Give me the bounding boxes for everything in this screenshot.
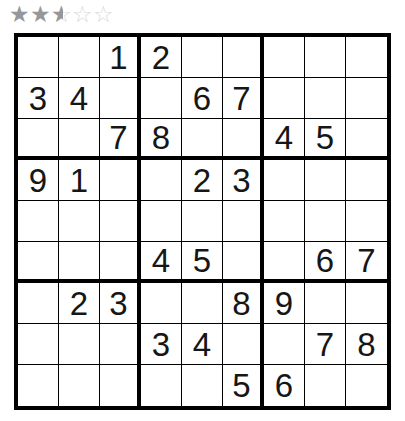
cell-r6c7[interactable] (264, 242, 305, 283)
cell-r3c7[interactable]: 4 (264, 119, 305, 160)
cell-r9c2[interactable] (59, 365, 100, 406)
cell-r9c8[interactable] (305, 365, 346, 406)
cell-r5c1[interactable] (18, 201, 59, 242)
cell-r8c7[interactable] (264, 324, 305, 365)
cell-r9c4[interactable] (141, 365, 182, 406)
cell-r4c3[interactable] (100, 160, 141, 201)
cell-r4c5[interactable]: 2 (182, 160, 223, 201)
cell-r9c6[interactable]: 5 (223, 365, 264, 406)
cell-r4c9[interactable] (346, 160, 387, 201)
cell-r2c1[interactable]: 3 (18, 78, 59, 119)
cell-r8c5[interactable]: 4 (182, 324, 223, 365)
half-star-icon: ☆★ (51, 2, 72, 26)
cell-r5c7[interactable] (264, 201, 305, 242)
cell-r8c4[interactable]: 3 (141, 324, 182, 365)
cell-r9c9[interactable] (346, 365, 387, 406)
full-star-icon: ★ (9, 2, 30, 26)
cell-r3c6[interactable] (223, 119, 264, 160)
cell-r3c8[interactable]: 5 (305, 119, 346, 160)
cell-r6c6[interactable] (223, 242, 264, 283)
cell-r8c9[interactable]: 8 (346, 324, 387, 365)
full-star-icon: ★ (30, 2, 51, 26)
cell-r5c3[interactable] (100, 201, 141, 242)
cell-r5c8[interactable] (305, 201, 346, 242)
cell-r1c4[interactable]: 2 (141, 37, 182, 78)
cell-r5c9[interactable] (346, 201, 387, 242)
cell-r1c9[interactable] (346, 37, 387, 78)
cell-r1c1[interactable] (18, 37, 59, 78)
difficulty-rating: ★★☆★☆☆ (9, 1, 114, 27)
cell-r4c8[interactable] (305, 160, 346, 201)
cell-r2c2[interactable]: 4 (59, 78, 100, 119)
cell-r3c4[interactable]: 8 (141, 119, 182, 160)
cell-r9c3[interactable] (100, 365, 141, 406)
cell-r3c3[interactable]: 7 (100, 119, 141, 160)
cell-r9c7[interactable]: 6 (264, 365, 305, 406)
cell-r2c8[interactable] (305, 78, 346, 119)
cell-r4c7[interactable] (264, 160, 305, 201)
cell-r4c1[interactable]: 9 (18, 160, 59, 201)
empty-star-icon: ☆ (93, 2, 114, 26)
cell-r5c2[interactable] (59, 201, 100, 242)
cell-r7c9[interactable] (346, 283, 387, 324)
cell-r1c5[interactable] (182, 37, 223, 78)
cell-r6c9[interactable]: 7 (346, 242, 387, 283)
cell-r3c2[interactable] (59, 119, 100, 160)
cell-r4c6[interactable]: 3 (223, 160, 264, 201)
cell-r4c2[interactable]: 1 (59, 160, 100, 201)
cell-r2c5[interactable]: 6 (182, 78, 223, 119)
cell-r6c8[interactable]: 6 (305, 242, 346, 283)
cell-r7c6[interactable]: 8 (223, 283, 264, 324)
cell-r3c1[interactable] (18, 119, 59, 160)
cell-r8c3[interactable] (100, 324, 141, 365)
cell-r1c7[interactable] (264, 37, 305, 78)
cell-r6c2[interactable] (59, 242, 100, 283)
cell-r1c6[interactable] (223, 37, 264, 78)
cell-r8c1[interactable] (18, 324, 59, 365)
cell-r7c4[interactable] (141, 283, 182, 324)
cell-r5c5[interactable] (182, 201, 223, 242)
cell-r7c2[interactable]: 2 (59, 283, 100, 324)
cell-r8c2[interactable] (59, 324, 100, 365)
cell-r4c4[interactable] (141, 160, 182, 201)
cell-r6c3[interactable] (100, 242, 141, 283)
cell-r3c9[interactable] (346, 119, 387, 160)
cell-r2c4[interactable] (141, 78, 182, 119)
cell-r7c7[interactable]: 9 (264, 283, 305, 324)
cell-r9c5[interactable] (182, 365, 223, 406)
cell-r7c1[interactable] (18, 283, 59, 324)
sudoku-page: ★★☆★☆☆ 1234677845912345672389347856 (0, 0, 405, 421)
empty-star-icon: ☆ (72, 2, 93, 26)
cell-r8c8[interactable]: 7 (305, 324, 346, 365)
cell-r6c1[interactable] (18, 242, 59, 283)
cell-r9c1[interactable] (18, 365, 59, 406)
sudoku-board: 1234677845912345672389347856 (14, 33, 391, 410)
cell-r5c4[interactable] (141, 201, 182, 242)
cell-r1c8[interactable] (305, 37, 346, 78)
cell-r6c5[interactable]: 5 (182, 242, 223, 283)
cell-r6c4[interactable]: 4 (141, 242, 182, 283)
cell-r2c7[interactable] (264, 78, 305, 119)
cell-r7c8[interactable] (305, 283, 346, 324)
cell-r7c5[interactable] (182, 283, 223, 324)
cell-r5c6[interactable] (223, 201, 264, 242)
cell-r1c3[interactable]: 1 (100, 37, 141, 78)
cell-r2c3[interactable] (100, 78, 141, 119)
cell-r2c6[interactable]: 7 (223, 78, 264, 119)
cell-r3c5[interactable] (182, 119, 223, 160)
cell-r7c3[interactable]: 3 (100, 283, 141, 324)
cell-r8c6[interactable] (223, 324, 264, 365)
cell-r2c9[interactable] (346, 78, 387, 119)
cell-r1c2[interactable] (59, 37, 100, 78)
